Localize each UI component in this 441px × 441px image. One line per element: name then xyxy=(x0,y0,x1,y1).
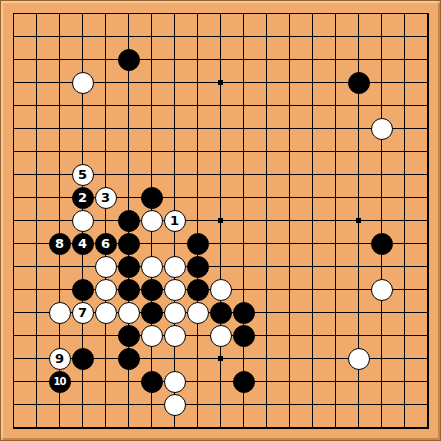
intersection-16-11 xyxy=(347,232,370,255)
intersection-11-11 xyxy=(232,232,255,255)
intersection-5-5 xyxy=(94,94,117,117)
intersection-8-15 xyxy=(163,324,186,347)
intersection-11-17 xyxy=(232,370,255,393)
intersection-13-9 xyxy=(278,186,301,209)
intersection-13-17 xyxy=(278,370,301,393)
intersection-3-2 xyxy=(48,25,71,48)
intersection-16-18 xyxy=(347,393,370,416)
intersection-6-12 xyxy=(117,255,140,278)
intersection-10-7 xyxy=(209,140,232,163)
intersection-12-12 xyxy=(255,255,278,278)
intersection-4-7 xyxy=(71,140,94,163)
intersection-9-7 xyxy=(186,140,209,163)
intersection-7-19 xyxy=(140,416,163,439)
intersection-19-14 xyxy=(416,301,439,324)
intersection-9-9 xyxy=(186,186,209,209)
intersection-3-17: 10 xyxy=(48,370,71,393)
intersection-7-1 xyxy=(140,2,163,25)
intersection-11-4 xyxy=(232,71,255,94)
intersection-7-14 xyxy=(140,301,163,324)
stone-white xyxy=(164,371,186,393)
intersection-2-9 xyxy=(25,186,48,209)
intersection-18-12 xyxy=(393,255,416,278)
intersection-15-18 xyxy=(324,393,347,416)
intersection-13-7 xyxy=(278,140,301,163)
intersection-15-2 xyxy=(324,25,347,48)
stone-white xyxy=(49,302,71,324)
stone-black xyxy=(141,187,163,209)
intersection-11-14 xyxy=(232,301,255,324)
intersection-17-6 xyxy=(370,117,393,140)
intersection-12-5 xyxy=(255,94,278,117)
intersection-2-7 xyxy=(25,140,48,163)
intersection-3-3 xyxy=(48,48,71,71)
intersection-17-11 xyxy=(370,232,393,255)
intersection-18-6 xyxy=(393,117,416,140)
intersection-6-11 xyxy=(117,232,140,255)
intersection-3-13 xyxy=(48,278,71,301)
stone-white-move-1: 1 xyxy=(164,210,186,232)
intersection-6-4 xyxy=(117,71,140,94)
intersection-12-9 xyxy=(255,186,278,209)
intersection-11-3 xyxy=(232,48,255,71)
intersection-6-17 xyxy=(117,370,140,393)
intersection-9-13 xyxy=(186,278,209,301)
intersection-19-4 xyxy=(416,71,439,94)
intersection-15-17 xyxy=(324,370,347,393)
intersection-5-17 xyxy=(94,370,117,393)
intersection-19-7 xyxy=(416,140,439,163)
intersection-5-11: 6 xyxy=(94,232,117,255)
intersection-8-9 xyxy=(163,186,186,209)
intersection-3-9 xyxy=(48,186,71,209)
intersection-14-19 xyxy=(301,416,324,439)
intersection-10-13 xyxy=(209,278,232,301)
intersection-5-8 xyxy=(94,163,117,186)
intersection-3-5 xyxy=(48,94,71,117)
intersection-6-14 xyxy=(117,301,140,324)
intersection-13-5 xyxy=(278,94,301,117)
intersection-1-11 xyxy=(2,232,25,255)
stone-black-move-2: 2 xyxy=(72,187,94,209)
intersection-17-12 xyxy=(370,255,393,278)
intersection-13-8 xyxy=(278,163,301,186)
intersection-4-16 xyxy=(71,347,94,370)
intersection-2-10 xyxy=(25,209,48,232)
intersection-16-1 xyxy=(347,2,370,25)
intersection-18-1 xyxy=(393,2,416,25)
intersection-11-6 xyxy=(232,117,255,140)
intersection-14-2 xyxy=(301,25,324,48)
intersection-1-3 xyxy=(2,48,25,71)
intersection-9-14 xyxy=(186,301,209,324)
intersection-11-16 xyxy=(232,347,255,370)
intersection-17-4 xyxy=(370,71,393,94)
intersection-8-17 xyxy=(163,370,186,393)
intersection-13-1 xyxy=(278,2,301,25)
intersection-18-5 xyxy=(393,94,416,117)
intersection-15-11 xyxy=(324,232,347,255)
intersection-15-16 xyxy=(324,347,347,370)
intersection-11-8 xyxy=(232,163,255,186)
intersection-11-15 xyxy=(232,324,255,347)
stone-white xyxy=(95,256,117,278)
intersection-15-15 xyxy=(324,324,347,347)
intersection-8-2 xyxy=(163,25,186,48)
intersection-16-2 xyxy=(347,25,370,48)
stone-white-move-3: 3 xyxy=(95,187,117,209)
intersection-2-18 xyxy=(25,393,48,416)
intersection-12-3 xyxy=(255,48,278,71)
intersection-3-12 xyxy=(48,255,71,278)
stone-black-move-8: 8 xyxy=(49,233,71,255)
intersection-8-10: 1 xyxy=(163,209,186,232)
intersection-10-2 xyxy=(209,25,232,48)
intersection-10-14 xyxy=(209,301,232,324)
intersection-18-7 xyxy=(393,140,416,163)
intersection-15-7 xyxy=(324,140,347,163)
intersection-3-14 xyxy=(48,301,71,324)
intersection-5-15 xyxy=(94,324,117,347)
stone-black xyxy=(118,49,140,71)
intersection-4-13 xyxy=(71,278,94,301)
intersection-12-11 xyxy=(255,232,278,255)
intersection-3-18 xyxy=(48,393,71,416)
intersection-1-18 xyxy=(2,393,25,416)
stone-white xyxy=(72,210,94,232)
intersection-1-2 xyxy=(2,25,25,48)
intersection-1-5 xyxy=(2,94,25,117)
stone-white xyxy=(95,302,117,324)
intersection-16-12 xyxy=(347,255,370,278)
intersection-16-7 xyxy=(347,140,370,163)
intersection-7-12 xyxy=(140,255,163,278)
intersection-17-18 xyxy=(370,393,393,416)
intersection-14-1 xyxy=(301,2,324,25)
intersection-7-2 xyxy=(140,25,163,48)
intersection-15-4 xyxy=(324,71,347,94)
intersection-4-19 xyxy=(71,416,94,439)
intersection-13-13 xyxy=(278,278,301,301)
intersection-10-11 xyxy=(209,232,232,255)
intersection-7-7 xyxy=(140,140,163,163)
intersection-7-18 xyxy=(140,393,163,416)
intersection-16-17 xyxy=(347,370,370,393)
intersection-18-18 xyxy=(393,393,416,416)
stone-white xyxy=(164,256,186,278)
intersection-16-8 xyxy=(347,163,370,186)
intersection-11-7 xyxy=(232,140,255,163)
intersection-18-8 xyxy=(393,163,416,186)
intersection-10-8 xyxy=(209,163,232,186)
intersection-14-17 xyxy=(301,370,324,393)
intersection-6-2 xyxy=(117,25,140,48)
intersection-19-2 xyxy=(416,25,439,48)
intersection-9-2 xyxy=(186,25,209,48)
intersection-6-19 xyxy=(117,416,140,439)
intersection-14-5 xyxy=(301,94,324,117)
intersection-19-3 xyxy=(416,48,439,71)
intersection-12-13 xyxy=(255,278,278,301)
intersection-14-11 xyxy=(301,232,324,255)
intersection-13-10 xyxy=(278,209,301,232)
intersection-17-19 xyxy=(370,416,393,439)
intersection-9-15 xyxy=(186,324,209,347)
intersection-9-16 xyxy=(186,347,209,370)
intersection-8-6 xyxy=(163,117,186,140)
intersection-14-6 xyxy=(301,117,324,140)
intersection-17-16 xyxy=(370,347,393,370)
intersection-10-10 xyxy=(209,209,232,232)
intersection-13-11 xyxy=(278,232,301,255)
intersection-16-16 xyxy=(347,347,370,370)
stone-black xyxy=(348,72,370,94)
stone-white xyxy=(371,118,393,140)
intersection-16-6 xyxy=(347,117,370,140)
intersection-4-14: 7 xyxy=(71,301,94,324)
intersection-18-13 xyxy=(393,278,416,301)
stone-white xyxy=(210,279,232,301)
intersection-16-13 xyxy=(347,278,370,301)
intersection-17-3 xyxy=(370,48,393,71)
intersection-8-13 xyxy=(163,278,186,301)
intersection-7-16 xyxy=(140,347,163,370)
stone-white xyxy=(118,302,140,324)
stone-black xyxy=(72,279,94,301)
intersection-17-13 xyxy=(370,278,393,301)
stone-black xyxy=(118,279,140,301)
intersection-19-10 xyxy=(416,209,439,232)
intersection-4-8: 5 xyxy=(71,163,94,186)
intersection-2-13 xyxy=(25,278,48,301)
intersection-10-9 xyxy=(209,186,232,209)
intersection-4-4 xyxy=(71,71,94,94)
stone-black xyxy=(187,233,209,255)
intersection-5-19 xyxy=(94,416,117,439)
intersection-3-7 xyxy=(48,140,71,163)
intersection-11-9 xyxy=(232,186,255,209)
intersection-5-10 xyxy=(94,209,117,232)
intersection-14-10 xyxy=(301,209,324,232)
intersection-9-11 xyxy=(186,232,209,255)
stone-black xyxy=(72,348,94,370)
intersection-6-18 xyxy=(117,393,140,416)
intersection-2-11 xyxy=(25,232,48,255)
intersection-6-16 xyxy=(117,347,140,370)
intersection-3-19 xyxy=(48,416,71,439)
intersection-19-1 xyxy=(416,2,439,25)
intersection-10-15 xyxy=(209,324,232,347)
intersection-7-6 xyxy=(140,117,163,140)
intersection-2-3 xyxy=(25,48,48,71)
intersection-7-9 xyxy=(140,186,163,209)
intersection-8-1 xyxy=(163,2,186,25)
intersection-8-5 xyxy=(163,94,186,117)
intersection-9-8 xyxy=(186,163,209,186)
intersection-2-17 xyxy=(25,370,48,393)
intersection-6-6 xyxy=(117,117,140,140)
intersection-7-8 xyxy=(140,163,163,186)
intersection-12-19 xyxy=(255,416,278,439)
intersection-11-5 xyxy=(232,94,255,117)
intersection-16-15 xyxy=(347,324,370,347)
stone-white xyxy=(164,394,186,416)
intersection-17-2 xyxy=(370,25,393,48)
intersection-12-8 xyxy=(255,163,278,186)
intersection-4-15 xyxy=(71,324,94,347)
intersection-6-7 xyxy=(117,140,140,163)
intersection-11-13 xyxy=(232,278,255,301)
intersection-1-1 xyxy=(2,2,25,25)
intersection-12-15 xyxy=(255,324,278,347)
stone-white xyxy=(95,279,117,301)
stone-white-move-7: 7 xyxy=(72,302,94,324)
intersection-11-19 xyxy=(232,416,255,439)
intersection-14-15 xyxy=(301,324,324,347)
intersection-13-18 xyxy=(278,393,301,416)
intersection-6-10 xyxy=(117,209,140,232)
intersection-11-1 xyxy=(232,2,255,25)
intersection-16-5 xyxy=(347,94,370,117)
intersection-17-15 xyxy=(370,324,393,347)
stone-white xyxy=(141,256,163,278)
intersection-8-4 xyxy=(163,71,186,94)
intersection-10-16 xyxy=(209,347,232,370)
intersection-1-17 xyxy=(2,370,25,393)
intersection-12-16 xyxy=(255,347,278,370)
go-board: 52318467910 xyxy=(2,2,439,439)
intersection-14-18 xyxy=(301,393,324,416)
intersection-18-3 xyxy=(393,48,416,71)
stone-black xyxy=(187,256,209,278)
intersection-5-6 xyxy=(94,117,117,140)
intersection-10-12 xyxy=(209,255,232,278)
intersection-7-13 xyxy=(140,278,163,301)
intersection-18-9 xyxy=(393,186,416,209)
intersection-5-13 xyxy=(94,278,117,301)
intersection-17-5 xyxy=(370,94,393,117)
intersection-15-14 xyxy=(324,301,347,324)
intersection-13-14 xyxy=(278,301,301,324)
intersection-5-7 xyxy=(94,140,117,163)
stone-black xyxy=(141,302,163,324)
intersection-13-6 xyxy=(278,117,301,140)
intersection-13-16 xyxy=(278,347,301,370)
intersection-10-4 xyxy=(209,71,232,94)
intersection-1-13 xyxy=(2,278,25,301)
intersection-18-16 xyxy=(393,347,416,370)
intersection-1-19 xyxy=(2,416,25,439)
intersection-4-11: 4 xyxy=(71,232,94,255)
intersection-11-2 xyxy=(232,25,255,48)
intersection-3-1 xyxy=(48,2,71,25)
intersection-19-6 xyxy=(416,117,439,140)
intersection-2-14 xyxy=(25,301,48,324)
stone-white xyxy=(348,348,370,370)
intersection-5-4 xyxy=(94,71,117,94)
intersection-11-12 xyxy=(232,255,255,278)
intersection-1-10 xyxy=(2,209,25,232)
intersection-7-15 xyxy=(140,324,163,347)
stone-black xyxy=(371,233,393,255)
intersection-1-15 xyxy=(2,324,25,347)
stone-black xyxy=(118,256,140,278)
intersection-6-15 xyxy=(117,324,140,347)
stone-white xyxy=(141,325,163,347)
stone-white xyxy=(164,279,186,301)
intersection-3-15 xyxy=(48,324,71,347)
intersection-13-2 xyxy=(278,25,301,48)
intersection-2-2 xyxy=(25,25,48,48)
intersection-1-16 xyxy=(2,347,25,370)
intersection-18-11 xyxy=(393,232,416,255)
intersection-12-7 xyxy=(255,140,278,163)
intersection-14-8 xyxy=(301,163,324,186)
intersection-19-11 xyxy=(416,232,439,255)
intersection-4-18 xyxy=(71,393,94,416)
intersection-9-5 xyxy=(186,94,209,117)
stone-white xyxy=(164,302,186,324)
intersection-8-11 xyxy=(163,232,186,255)
intersection-10-19 xyxy=(209,416,232,439)
intersection-9-19 xyxy=(186,416,209,439)
stone-black-move-6: 6 xyxy=(95,233,117,255)
stone-black xyxy=(118,325,140,347)
intersection-9-10 xyxy=(186,209,209,232)
intersection-1-4 xyxy=(2,71,25,94)
intersection-9-6 xyxy=(186,117,209,140)
intersection-3-10 xyxy=(48,209,71,232)
intersection-19-9 xyxy=(416,186,439,209)
stone-black xyxy=(118,348,140,370)
intersection-17-1 xyxy=(370,2,393,25)
intersection-3-16: 9 xyxy=(48,347,71,370)
intersection-19-8 xyxy=(416,163,439,186)
intersection-14-12 xyxy=(301,255,324,278)
intersection-11-10 xyxy=(232,209,255,232)
intersection-16-4 xyxy=(347,71,370,94)
intersection-4-12 xyxy=(71,255,94,278)
stone-white xyxy=(141,210,163,232)
intersection-5-14 xyxy=(94,301,117,324)
intersection-8-12 xyxy=(163,255,186,278)
intersection-9-17 xyxy=(186,370,209,393)
intersection-16-19 xyxy=(347,416,370,439)
intersection-18-15 xyxy=(393,324,416,347)
intersection-8-16 xyxy=(163,347,186,370)
intersection-8-3 xyxy=(163,48,186,71)
intersection-12-4 xyxy=(255,71,278,94)
intersection-14-4 xyxy=(301,71,324,94)
stone-white-move-5: 5 xyxy=(72,164,94,186)
intersection-7-10 xyxy=(140,209,163,232)
intersection-6-5 xyxy=(117,94,140,117)
stone-black xyxy=(187,279,209,301)
intersection-18-19 xyxy=(393,416,416,439)
intersection-13-19 xyxy=(278,416,301,439)
intersection-13-3 xyxy=(278,48,301,71)
intersection-4-9: 2 xyxy=(71,186,94,209)
intersection-4-3 xyxy=(71,48,94,71)
intersection-16-10 xyxy=(347,209,370,232)
intersection-7-17 xyxy=(140,370,163,393)
stone-black xyxy=(141,279,163,301)
intersection-5-9: 3 xyxy=(94,186,117,209)
stone-black xyxy=(233,302,255,324)
intersection-15-8 xyxy=(324,163,347,186)
stone-white xyxy=(371,279,393,301)
intersection-2-4 xyxy=(25,71,48,94)
